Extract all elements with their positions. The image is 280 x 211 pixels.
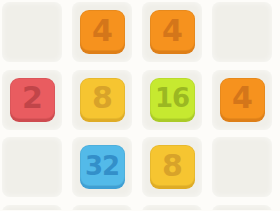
tile-4: 4	[150, 10, 195, 51]
cell-r3c2: 32	[72, 137, 132, 197]
cell-r2c4: 4	[212, 70, 272, 130]
cell-r1c2: 4	[72, 2, 132, 62]
tile-4: 4	[220, 78, 265, 119]
cell-r4c1	[2, 205, 62, 211]
cell-r3c1	[2, 137, 62, 197]
cell-r2c2: 8	[72, 70, 132, 130]
cell-r4c2	[72, 205, 132, 211]
cell-r4c3	[142, 205, 202, 211]
tile-2: 2	[10, 78, 55, 119]
cell-r3c4	[212, 137, 272, 197]
cell-r3c3: 8	[142, 137, 202, 197]
cell-r4c4	[212, 205, 272, 211]
cell-r1c1	[2, 2, 62, 62]
tile-8: 8	[80, 78, 125, 119]
cell-r2c3: 16	[142, 70, 202, 130]
tile-8: 8	[150, 145, 195, 186]
tile-16: 16	[150, 78, 195, 119]
cell-r1c4	[212, 2, 272, 62]
cell-r1c3: 4	[142, 2, 202, 62]
tile-32: 32	[80, 145, 125, 186]
board-2048[interactable]: 4428164328	[2, 2, 272, 210]
tile-4: 4	[80, 10, 125, 51]
cell-r2c1: 2	[2, 70, 62, 130]
